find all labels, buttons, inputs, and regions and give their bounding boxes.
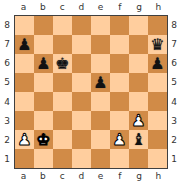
- black-pawn-icon: ♟: [150, 54, 164, 73]
- square-g5[interactable]: [129, 73, 148, 92]
- square-b6[interactable]: ♟: [34, 54, 53, 73]
- file-label-c: c: [53, 172, 72, 181]
- square-b4[interactable]: [34, 92, 53, 111]
- rank-label-5: 5: [0, 73, 14, 92]
- file-label-a: a: [14, 172, 33, 181]
- square-h6[interactable]: ♟: [148, 54, 167, 73]
- square-d8[interactable]: [72, 16, 91, 35]
- file-label-b: b: [33, 172, 52, 181]
- file-label-e: e: [91, 172, 110, 181]
- rank-labels-left: 87654321: [0, 15, 14, 169]
- square-c4[interactable]: [53, 92, 72, 111]
- square-g4[interactable]: [129, 92, 148, 111]
- file-label-f: f: [110, 172, 129, 181]
- square-g1[interactable]: [129, 149, 148, 168]
- square-a6[interactable]: [15, 54, 34, 73]
- rank-label-3: 3: [168, 111, 180, 130]
- square-h8[interactable]: [148, 16, 167, 35]
- file-label-f: f: [110, 3, 129, 12]
- square-b1[interactable]: [34, 149, 53, 168]
- square-e2[interactable]: [91, 130, 110, 149]
- square-f6[interactable]: [110, 54, 129, 73]
- square-e4[interactable]: [91, 92, 110, 111]
- square-g7[interactable]: [129, 35, 148, 54]
- rank-label-7: 7: [0, 34, 14, 53]
- square-a3[interactable]: [15, 111, 34, 130]
- square-a4[interactable]: [15, 92, 34, 111]
- rank-label-4: 4: [168, 92, 180, 111]
- square-g3[interactable]: ♟: [129, 111, 148, 130]
- square-c1[interactable]: [53, 149, 72, 168]
- square-c5[interactable]: [53, 73, 72, 92]
- rank-label-2: 2: [0, 131, 14, 150]
- square-d7[interactable]: [72, 35, 91, 54]
- file-labels-top: abcdefgh: [0, 0, 180, 15]
- rank-label-6: 6: [0, 54, 14, 73]
- square-f3[interactable]: [110, 111, 129, 130]
- file-label-c: c: [53, 3, 72, 12]
- square-f4[interactable]: [110, 92, 129, 111]
- white-pawn-icon: ♟: [17, 130, 31, 149]
- square-a5[interactable]: [15, 73, 34, 92]
- square-c2[interactable]: [53, 130, 72, 149]
- rank-label-1: 1: [168, 150, 180, 169]
- file-label-a: a: [14, 3, 33, 12]
- file-label-h: h: [149, 172, 168, 181]
- square-c8[interactable]: [53, 16, 72, 35]
- square-f7[interactable]: [110, 35, 129, 54]
- rank-label-7: 7: [168, 34, 180, 53]
- square-c6[interactable]: ♚: [53, 54, 72, 73]
- square-d6[interactable]: [72, 54, 91, 73]
- square-b8[interactable]: [34, 16, 53, 35]
- file-label-d: d: [72, 172, 91, 181]
- square-c7[interactable]: [53, 35, 72, 54]
- black-king-icon: ♚: [55, 54, 69, 73]
- file-label-d: d: [72, 3, 91, 12]
- square-e8[interactable]: [91, 16, 110, 35]
- rank-label-8: 8: [168, 15, 180, 34]
- board: ♟♛♟♚♟♟♟♟♚♟♝: [14, 15, 168, 169]
- square-d3[interactable]: [72, 111, 91, 130]
- file-label-h: h: [149, 3, 168, 12]
- file-label-g: g: [130, 3, 149, 12]
- black-pawn-icon: ♟: [93, 73, 107, 92]
- file-label-e: e: [91, 3, 110, 12]
- square-d2[interactable]: [72, 130, 91, 149]
- square-a1[interactable]: [15, 149, 34, 168]
- rank-label-1: 1: [0, 150, 14, 169]
- square-h7[interactable]: ♛: [148, 35, 167, 54]
- square-h4[interactable]: [148, 92, 167, 111]
- square-b2[interactable]: ♚: [34, 130, 53, 149]
- square-a2[interactable]: ♟: [15, 130, 34, 149]
- square-c3[interactable]: [53, 111, 72, 130]
- square-e5[interactable]: ♟: [91, 73, 110, 92]
- square-b3[interactable]: [34, 111, 53, 130]
- square-f1[interactable]: [110, 149, 129, 168]
- square-e7[interactable]: [91, 35, 110, 54]
- rank-label-6: 6: [168, 54, 180, 73]
- square-e1[interactable]: [91, 149, 110, 168]
- square-e6[interactable]: [91, 54, 110, 73]
- square-a8[interactable]: [15, 16, 34, 35]
- square-d5[interactable]: [72, 73, 91, 92]
- square-h3[interactable]: [148, 111, 167, 130]
- square-g2[interactable]: ♝: [129, 130, 148, 149]
- file-label-b: b: [33, 3, 52, 12]
- square-h1[interactable]: [148, 149, 167, 168]
- square-f8[interactable]: [110, 16, 129, 35]
- file-label-g: g: [130, 172, 149, 181]
- rank-label-4: 4: [0, 92, 14, 111]
- black-queen-icon: ♛: [150, 35, 164, 54]
- chess-diagram: abcdefgh 87654321 ♟♛♟♚♟♟♟♟♚♟♝ 87654321 a…: [0, 0, 180, 183]
- white-pawn-icon: ♟: [131, 111, 145, 130]
- square-d4[interactable]: [72, 92, 91, 111]
- square-d1[interactable]: [72, 149, 91, 168]
- square-f2[interactable]: ♟: [110, 130, 129, 149]
- rank-label-5: 5: [168, 73, 180, 92]
- square-g8[interactable]: [129, 16, 148, 35]
- square-e3[interactable]: [91, 111, 110, 130]
- white-pawn-icon: ♟: [112, 130, 126, 149]
- square-b5[interactable]: [34, 73, 53, 92]
- square-b7[interactable]: [34, 35, 53, 54]
- black-pawn-icon: ♟: [36, 54, 50, 73]
- square-g6[interactable]: [129, 54, 148, 73]
- square-a7[interactable]: ♟: [15, 35, 34, 54]
- square-f5[interactable]: [110, 73, 129, 92]
- square-h2[interactable]: [148, 130, 167, 149]
- rank-label-2: 2: [168, 131, 180, 150]
- square-h5[interactable]: [148, 73, 167, 92]
- file-labels-bottom: abcdefgh: [0, 169, 180, 183]
- rank-label-8: 8: [0, 15, 14, 34]
- black-pawn-icon: ♟: [17, 35, 31, 54]
- white-king-icon: ♚: [36, 130, 50, 149]
- rank-label-3: 3: [0, 111, 14, 130]
- rank-labels-right: 87654321: [168, 15, 180, 169]
- black-bishop-icon: ♝: [131, 130, 145, 149]
